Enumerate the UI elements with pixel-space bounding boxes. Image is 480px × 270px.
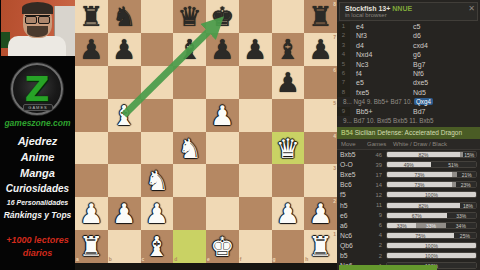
coord-rank-7: 7 [333,34,336,40]
square-h2[interactable]: ♟2 [304,197,337,230]
opening-eco-code: B54 [341,129,353,136]
readers-banner: +1000 lectores diarios [0,234,75,260]
explorer-row-e6[interactable]: e6967%33% [337,210,480,220]
opening-name-bar: B54 Sicilian Defense: Accelerated Dragon [337,127,480,139]
explorer-games-count: 14 [364,182,386,188]
square-h7[interactable]: ♟7 [304,33,337,66]
square-a1[interactable]: ♜a [75,230,108,263]
sidebar-topics: Ajedrez Anime Manga Curiosidades 16 Pers… [0,133,75,222]
streamer-hair [22,2,53,14]
result-bar: 73%21% [386,171,477,178]
move-white-5[interactable]: Nc3 [350,60,407,69]
topic-anime: Anime [0,149,75,165]
black-piece-p-b7[interactable]: ♟ [108,33,141,66]
square-g2[interactable]: ♟ [272,197,305,230]
square-h5[interactable]: 5 [304,99,337,132]
explorer-move[interactable]: Bxe5 [340,171,364,178]
close-icon[interactable]: ✕ [468,4,475,13]
white-piece-k-e1[interactable]: ♚ [206,230,239,263]
white-piece-b-c1[interactable]: ♝ [141,230,174,263]
move-white-3[interactable]: d4 [350,41,407,50]
site-url: gameszone.com [0,118,75,128]
move-row-3: 3d4cxd4 [337,41,480,50]
black-piece-p-f7[interactable]: ♟ [239,33,272,66]
white-piece-p-g2[interactable]: ♟ [272,197,305,230]
square-g7[interactable]: ♝ [272,33,305,66]
explorer-move[interactable]: Bc6 [340,181,364,188]
square-g5[interactable] [272,99,305,132]
result-bar: 82%18% [386,202,477,209]
result-seg-w: 100% [387,253,476,258]
white-piece-p-e5[interactable]: ♟ [206,99,239,132]
square-h1[interactable]: ♜h1 [304,230,337,263]
black-piece-b-g7[interactable]: ♝ [272,33,305,66]
explorer-games-count: 4 [364,232,386,238]
explorer-move[interactable]: O-O [340,161,364,168]
white-piece-p-h2[interactable]: ♟ [304,197,337,230]
coord-rank-3: 3 [333,165,336,171]
result-bar: 67%33% [386,212,477,219]
square-e7[interactable]: ♟ [206,33,239,66]
square-b3[interactable] [108,164,141,197]
coord-file-c: c [142,256,145,262]
result-seg-w: 100% [387,192,476,197]
result-bar: 75%25% [386,232,477,239]
explorer-move[interactable]: b5 [340,252,364,259]
move-number: 5 [337,60,350,69]
square-g4[interactable]: ♛ [272,132,305,165]
coord-file-a: a [76,256,79,262]
result-bar: 100% [386,252,477,259]
explorer-rows: Bxb54682%15%O-O3949%51%Bxe51773%21%Bc614… [337,150,480,270]
explorer-header: Move Games White / Draw / Black [337,139,480,150]
square-a7[interactable]: ♟ [75,33,108,66]
move-white-6[interactable]: f4 [350,69,407,78]
white-piece-n-c3[interactable]: ♞ [141,164,174,197]
move-black-6[interactable]: Nf6 [407,69,480,78]
explorer-move[interactable]: h5 [340,202,364,209]
topic-personalidades: 16 Personalidades [0,197,75,209]
square-b4[interactable] [108,132,141,165]
square-h3[interactable]: 3 [304,164,337,197]
square-b1[interactable]: b [108,230,141,263]
explorer-move[interactable]: Nc6 [340,232,364,239]
result-seg-w: 82% [387,203,460,208]
square-d1[interactable]: d [173,230,206,263]
square-g6[interactable]: ♟ [272,66,305,99]
board-grid[interactable]: ♜♞♛♚♜8♟♟♝♟♟♝♟7♟6♝♟5♞♛4♞3♟♟♟♟♟2♜ab♝cd♚efg… [75,0,337,263]
square-e5[interactable]: ♟ [206,99,239,132]
square-c5[interactable] [141,99,174,132]
analysis-panel: Stockfish 13+ NNUE in local browser ✕ 1e… [337,0,480,270]
explorer-games-count: 17 [364,172,386,178]
square-g8[interactable] [272,0,305,33]
move-row-4: 4Nxd4g6 [337,50,480,59]
square-f6[interactable] [239,66,272,99]
move-number: 1 [337,22,350,31]
black-piece-q-d8[interactable]: ♛ [173,0,206,33]
result-seg-b: 15% [463,152,476,157]
result-bar: 82%15% [386,151,477,158]
coord-rank-5: 5 [333,100,336,106]
current-move[interactable]: Qxg4 [414,98,433,105]
move-row-9: 9 Bb5+ Bd7 [337,107,480,116]
explorer-games-count: 11 [364,202,386,208]
gameszone-logo: Z GAMES [11,63,63,115]
square-a4[interactable] [75,132,108,165]
square-d7[interactable]: ♝ [173,33,206,66]
result-seg-d: 33% [416,223,445,228]
move-row-5: 5Nc3Bg7 [337,60,480,69]
streamer-sidebar: Z GAMES gameszone.com Ajedrez Anime Mang… [0,0,75,270]
coord-rank-4: 4 [333,133,336,139]
move-list: 1e4c52Nf3d63d4cxd44Nxd4g65Nc3Bg76f4Nf67e… [337,22,480,97]
result-bar: 100% [386,242,477,249]
square-d2[interactable] [173,197,206,230]
black-piece-p-h7[interactable]: ♟ [304,33,337,66]
move-black-4[interactable]: g6 [407,50,480,59]
square-c8[interactable] [141,0,174,33]
engine-subtitle: in local browser [345,12,467,18]
square-h6[interactable]: 6 [304,66,337,99]
explorer-move[interactable]: e6 [340,212,364,219]
black-piece-p-a7[interactable]: ♟ [75,33,108,66]
black-piece-p-e7[interactable]: ♟ [206,33,239,66]
result-bar: 100% [386,191,477,198]
variation-line-1[interactable]: 8... Ng4 9. Bb5+ Bd7 10. Qxg4 [337,97,480,107]
square-c2[interactable]: ♟ [141,197,174,230]
square-h8[interactable]: ♜8 [304,0,337,33]
topic-rankings: Ránkings y Tops [0,209,75,222]
move-white-4[interactable]: Nxd4 [350,50,407,59]
move-row-2: 2Nf3d6 [337,31,480,40]
variation-line-2[interactable]: 9... Bd7 10. Bxd5 Bxb5 11. Bxb5 [337,116,480,126]
result-seg-w: 73% [387,172,452,177]
result-seg-w: 49% [387,162,431,167]
move-row-6: 6f4Nf6 [337,69,480,78]
explorer-games-count: 46 [364,152,386,158]
explorer-row-a6[interactable]: a6633%33%34% [337,220,480,230]
engine-header: Stockfish 13+ NNUE in local browser ✕ [339,2,478,21]
square-f4[interactable] [239,132,272,165]
move-number: 7 [337,78,350,87]
move-number: 8 [337,88,350,97]
square-b2[interactable]: ♟ [108,197,141,230]
square-c1[interactable]: ♝c [141,230,174,263]
coord-rank-6: 6 [333,67,336,73]
result-seg-b: 34% [446,223,476,228]
explorer-move[interactable]: a6 [340,222,364,229]
square-f7[interactable]: ♟ [239,33,272,66]
readers-line1: +1000 lectores [0,234,75,247]
coord-file-e: e [207,256,210,262]
square-b6[interactable] [108,66,141,99]
square-a3[interactable] [75,164,108,197]
square-d3[interactable] [173,164,206,197]
result-bar: 33%33%34% [386,222,477,229]
result-seg-w: 33% [387,223,416,228]
black-piece-p-g6[interactable]: ♟ [272,66,305,99]
readers-line2: diarios [0,247,75,260]
square-d4[interactable]: ♞ [173,132,206,165]
result-bar: 49%51% [386,161,477,168]
move-white-9[interactable]: Bb5+ [350,107,407,116]
black-piece-r-h8[interactable]: ♜ [304,0,337,33]
explorer-row-Qb6[interactable]: Qb62100% [337,240,480,250]
explorer-games-count: 9 [364,212,386,218]
explorer-games-count: 39 [364,162,386,168]
square-b5[interactable]: ♝ [108,99,141,132]
explorer-games-count: 2 [364,253,386,259]
square-e4[interactable] [206,132,239,165]
white-piece-q-g4[interactable]: ♛ [272,132,305,165]
square-e6[interactable] [206,66,239,99]
square-e2[interactable] [206,197,239,230]
black-piece-r-a8[interactable]: ♜ [75,0,108,33]
opening-name: Sicilian Defense: Accelerated Dragon [355,129,462,136]
white-piece-b-b5[interactable]: ♝ [108,99,141,132]
chess-board[interactable]: ♜♞♛♚♜8♟♟♝♟♟♝♟7♟6♝♟5♞♛4♞3♟♟♟♟♟2♜ab♝cd♚efg… [75,0,337,263]
result-seg-w: 82% [387,152,460,157]
result-seg-b: 51% [431,162,476,167]
square-a8[interactable]: ♜ [75,0,108,33]
explorer-row-Nc6[interactable]: Nc6475%25% [337,230,480,240]
explorer-games-count: 2 [364,242,386,248]
engine-nnue-badge: NNUE [392,5,412,12]
coord-rank-2: 2 [333,198,336,204]
streamer-shirt [8,36,66,56]
explorer-move[interactable]: Bxb5 [340,151,364,158]
explorer-row-O-O[interactable]: O-O3949%51% [337,160,480,170]
move-row-7: 7e5dxe5 [337,78,480,87]
square-a5[interactable] [75,99,108,132]
result-bar: 73%23% [386,181,477,188]
panel-footer-bar [339,265,437,270]
board-bottom-strip [75,263,337,270]
move-number: 3 [337,41,350,50]
square-d6[interactable] [173,66,206,99]
explorer-row-Bc6[interactable]: Bc61473%23% [337,180,480,190]
explorer-games-count: 12 [364,192,386,198]
explorer-move[interactable]: Qb6 [340,242,364,249]
black-piece-b-d7[interactable]: ♝ [173,33,206,66]
square-e3[interactable] [206,164,239,197]
coord-file-g: g [273,256,276,262]
move-white-8[interactable]: fxe5 [350,88,407,97]
engine-name: Stockfish 13+ [345,5,390,12]
result-seg-w: 75% [387,233,454,238]
move-white-7[interactable]: e5 [350,78,407,87]
explorer-row-Bxe5[interactable]: Bxe51773%21% [337,170,480,180]
white-piece-r-a1[interactable]: ♜ [75,230,108,263]
square-e1[interactable]: ♚e [206,230,239,263]
square-f5[interactable] [239,99,272,132]
square-g1[interactable]: g [272,230,305,263]
result-seg-w: 67% [387,213,447,218]
result-seg-w: 100% [387,243,476,248]
square-f3[interactable] [239,164,272,197]
black-piece-n-b8[interactable]: ♞ [108,0,141,33]
move-number: 2 [337,31,350,40]
square-a6[interactable] [75,66,108,99]
topic-curiosidades: Curiosidades [0,181,75,197]
webcam-video [1,0,75,56]
move-black-7[interactable]: dxe5 [407,78,480,87]
streamer-beard [27,26,48,37]
move-black-3[interactable]: cxd4 [407,41,480,50]
square-c4[interactable] [141,132,174,165]
topic-ajedrez: Ajedrez [0,133,75,149]
white-piece-n-d4[interactable]: ♞ [173,132,206,165]
move-white-1[interactable]: e4 [350,22,407,31]
square-c6[interactable] [141,66,174,99]
result-seg-b: 23% [456,182,476,187]
square-c3[interactable]: ♞ [141,164,174,197]
move-white-2[interactable]: Nf3 [350,31,407,40]
explorer-move[interactable]: f5 [340,191,364,198]
logo-ribbon: GAMES [23,104,53,111]
explorer-row-h5[interactable]: h51182%18% [337,200,480,210]
result-seg-b: 18% [460,203,476,208]
white-piece-r-h1[interactable]: ♜ [304,230,337,263]
coord-rank-8: 8 [333,1,336,7]
move-row-1: 1e4c5 [337,22,480,31]
explorer-row-f5[interactable]: f512100% [337,190,480,200]
stream-frame: Z GAMES gameszone.com Ajedrez Anime Mang… [0,0,480,270]
square-g3[interactable] [272,164,305,197]
result-seg-w: 73% [387,182,452,187]
coord-file-b: b [109,256,112,262]
result-seg-b: 25% [454,233,476,238]
streamer-glasses [25,15,50,22]
move-black-8[interactable]: Nd5 [407,88,480,97]
explorer-games-count: 6 [364,222,386,228]
square-f1[interactable]: f [239,230,272,263]
move-black-1[interactable]: c5 [407,22,480,31]
square-d5[interactable] [173,99,206,132]
move-black-5[interactable]: Bg7 [407,60,480,69]
coord-file-h: h [305,256,308,262]
explorer-row-b5[interactable]: b52100% [337,250,480,260]
white-piece-p-c2[interactable]: ♟ [141,197,174,230]
move-row-8: 8fxe5Nd5 [337,88,480,97]
square-d8[interactable]: ♛ [173,0,206,33]
coord-file-d: d [174,256,177,262]
square-e8[interactable]: ♚ [206,0,239,33]
square-f8[interactable] [239,0,272,33]
move-black-2[interactable]: d6 [407,31,480,40]
topic-manga: Manga [0,165,75,181]
result-seg-b: 33% [447,213,476,218]
square-h4[interactable]: 4 [304,132,337,165]
move-number: 4 [337,50,350,59]
move-black-9[interactable]: Bd7 [407,107,480,116]
white-piece-p-b2[interactable]: ♟ [108,197,141,230]
square-a2[interactable]: ♟ [75,197,108,230]
move-number: 6 [337,69,350,78]
black-piece-k-e8[interactable]: ♚ [206,0,239,33]
square-c7[interactable] [141,33,174,66]
coord-rank-1: 1 [333,231,336,237]
white-piece-p-a2[interactable]: ♟ [75,197,108,230]
result-seg-b: 21% [457,172,476,177]
square-f2[interactable] [239,197,272,230]
square-b8[interactable]: ♞ [108,0,141,33]
explorer-row-Bxb5[interactable]: Bxb54682%15% [337,150,480,160]
square-b7[interactable]: ♟ [108,33,141,66]
coord-file-f: f [240,256,242,262]
